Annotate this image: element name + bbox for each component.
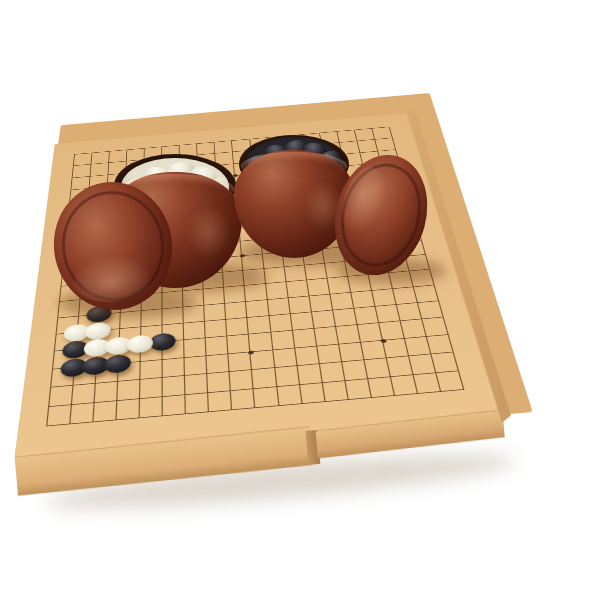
grid-cell: [251, 367, 275, 388]
grid-cell: [310, 310, 334, 329]
grid-cell: [162, 357, 184, 377]
grid-cell: [139, 396, 162, 417]
star-point: [248, 350, 254, 354]
grid-cell: [184, 373, 207, 394]
grid-cell: [229, 369, 253, 390]
grid-cell: [318, 362, 344, 382]
grid-cell: [435, 370, 463, 391]
grid-cell: [162, 375, 185, 396]
grid-cell: [296, 364, 321, 385]
grid-cell: [139, 377, 162, 398]
grid-cell: [248, 332, 271, 351]
grid-cell: [230, 388, 254, 409]
grid-cell: [48, 385, 72, 406]
grid-cell: [308, 294, 332, 312]
grid-cell: [92, 400, 116, 422]
grid-cell: [204, 303, 226, 321]
grid-cell: [183, 338, 205, 357]
grid-cell: [265, 282, 288, 300]
grid-cell: [116, 379, 139, 400]
grid-cell: [421, 317, 447, 336]
grid-cell: [207, 390, 231, 411]
grid-cell: [266, 297, 289, 315]
grid-cell: [224, 301, 246, 319]
grid-cell: [270, 330, 294, 349]
grid-cell: [253, 386, 278, 407]
grid-cell: [69, 402, 93, 424]
grid-cell: [245, 299, 268, 317]
grid-cell: [226, 317, 249, 336]
grid-cell: [321, 380, 347, 401]
grid-cell: [291, 328, 315, 347]
grid-cell: [207, 371, 231, 392]
grid-cell: [71, 383, 95, 404]
grid-cell: [294, 346, 319, 366]
grid-cell: [162, 394, 185, 415]
grid-cell: [430, 352, 458, 372]
grid-cell: [276, 384, 301, 405]
grid-cell: [306, 278, 329, 295]
grid-cell: [425, 334, 452, 354]
grid-cell: [274, 366, 299, 387]
star-point: [380, 339, 386, 343]
grid-cell: [287, 295, 310, 313]
grid-cell: [247, 315, 270, 334]
grid-cell: [289, 312, 313, 331]
grid-cell: [298, 382, 324, 403]
grid-cell: [316, 344, 341, 364]
grid-cell: [140, 359, 162, 379]
grid-cell: [116, 398, 140, 420]
grid-cell: [204, 319, 226, 338]
grid-cell: [413, 285, 438, 303]
grid-cell: [285, 280, 308, 297]
grid-cell: [94, 381, 118, 402]
grid-cell: [183, 321, 205, 340]
grid-cell: [46, 404, 71, 426]
grid-cell: [313, 326, 338, 345]
grid-cell: [185, 392, 209, 413]
grid-cell: [228, 351, 252, 371]
grid-cell: [184, 355, 207, 375]
grid-cell: [272, 348, 296, 368]
go-set-product-photo: [0, 0, 600, 600]
grid-cell: [205, 336, 228, 355]
grid-cell: [417, 301, 443, 319]
grid-cell: [268, 314, 291, 333]
grid-cell: [206, 353, 229, 373]
grid-cell: [227, 334, 250, 353]
